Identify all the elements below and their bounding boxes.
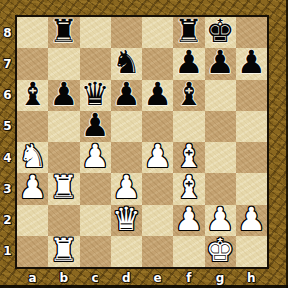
piece-white-king[interactable]: ♚ — [206, 235, 235, 266]
piece-black-rook[interactable]: ♜ — [50, 16, 79, 47]
square-a8[interactable] — [17, 17, 48, 48]
square-e3[interactable] — [142, 173, 173, 204]
square-f2[interactable]: ♟ — [173, 205, 204, 236]
chess-board: ♜♜♚♞♟♟♟♝♟♛♟♟♝♟♞♟♟♝♟♜♟♝♛♟♟♟♜♚ — [15, 15, 269, 269]
square-e1[interactable] — [142, 236, 173, 267]
square-a2[interactable] — [17, 205, 48, 236]
piece-white-rook[interactable]: ♜ — [50, 235, 79, 266]
rank-label-4: 4 — [3, 151, 11, 165]
square-g4[interactable] — [205, 142, 236, 173]
piece-black-pawn[interactable]: ♟ — [206, 47, 235, 78]
square-h5[interactable] — [236, 111, 267, 142]
piece-black-bishop[interactable]: ♝ — [175, 79, 204, 110]
piece-black-pawn[interactable]: ♟ — [175, 47, 204, 78]
piece-black-pawn[interactable]: ♟ — [50, 79, 79, 110]
file-label-g: g — [216, 271, 225, 285]
square-d6[interactable]: ♟ — [111, 80, 142, 111]
square-a6[interactable]: ♝ — [17, 80, 48, 111]
piece-white-pawn[interactable]: ♟ — [206, 204, 235, 235]
square-g1[interactable]: ♚ — [205, 236, 236, 267]
piece-white-pawn[interactable]: ♟ — [112, 172, 141, 203]
square-c1[interactable] — [80, 236, 111, 267]
piece-white-rook[interactable]: ♜ — [50, 172, 79, 203]
square-f1[interactable] — [173, 236, 204, 267]
piece-black-queen[interactable]: ♛ — [81, 79, 110, 110]
square-g5[interactable] — [205, 111, 236, 142]
file-label-b: b — [60, 271, 69, 285]
rank-label-2: 2 — [3, 213, 11, 227]
file-label-d: d — [122, 271, 131, 285]
file-label-c: c — [92, 271, 99, 285]
square-e2[interactable] — [142, 205, 173, 236]
square-g7[interactable]: ♟ — [205, 48, 236, 79]
piece-white-pawn[interactable]: ♟ — [81, 141, 110, 172]
square-h7[interactable]: ♟ — [236, 48, 267, 79]
square-c3[interactable] — [80, 173, 111, 204]
square-d5[interactable] — [111, 111, 142, 142]
piece-white-pawn[interactable]: ♟ — [18, 172, 47, 203]
square-d2[interactable]: ♛ — [111, 205, 142, 236]
rank-label-1: 1 — [3, 244, 11, 258]
square-h2[interactable]: ♟ — [236, 205, 267, 236]
square-e4[interactable]: ♟ — [142, 142, 173, 173]
square-b1[interactable]: ♜ — [48, 236, 79, 267]
rank-label-6: 6 — [3, 88, 11, 102]
piece-black-knight[interactable]: ♞ — [112, 47, 141, 78]
piece-white-bishop[interactable]: ♝ — [175, 172, 204, 203]
rank-label-8: 8 — [3, 26, 11, 40]
square-c8[interactable] — [80, 17, 111, 48]
square-a1[interactable] — [17, 236, 48, 267]
square-h4[interactable] — [236, 142, 267, 173]
square-h6[interactable] — [236, 80, 267, 111]
piece-black-pawn[interactable]: ♟ — [143, 79, 172, 110]
piece-white-pawn[interactable]: ♟ — [237, 204, 266, 235]
piece-black-pawn[interactable]: ♟ — [237, 47, 266, 78]
piece-white-pawn[interactable]: ♟ — [175, 204, 204, 235]
square-e6[interactable]: ♟ — [142, 80, 173, 111]
chess-diagram: 87654321 abcdefgh ♜♜♚♞♟♟♟♝♟♛♟♟♝♟♞♟♟♝♟♜♟♝… — [0, 0, 288, 288]
square-b3[interactable]: ♜ — [48, 173, 79, 204]
file-labels: abcdefgh — [17, 269, 267, 286]
file-label-e: e — [154, 271, 162, 285]
square-a3[interactable]: ♟ — [17, 173, 48, 204]
rank-labels: 87654321 — [0, 17, 15, 267]
square-g6[interactable] — [205, 80, 236, 111]
board-shadow-edge-right — [286, 0, 288, 288]
piece-black-pawn[interactable]: ♟ — [112, 79, 141, 110]
square-e8[interactable] — [142, 17, 173, 48]
piece-white-queen[interactable]: ♛ — [112, 204, 141, 235]
piece-black-bishop[interactable]: ♝ — [18, 79, 47, 110]
file-label-f: f — [186, 271, 191, 285]
rank-label-3: 3 — [3, 182, 11, 196]
rank-label-5: 5 — [3, 119, 11, 133]
square-b8[interactable]: ♜ — [48, 17, 79, 48]
square-f6[interactable]: ♝ — [173, 80, 204, 111]
rank-label-7: 7 — [3, 57, 11, 71]
file-label-h: h — [247, 271, 256, 285]
square-h1[interactable] — [236, 236, 267, 267]
square-d1[interactable] — [111, 236, 142, 267]
square-c2[interactable] — [80, 205, 111, 236]
square-b6[interactable]: ♟ — [48, 80, 79, 111]
square-b5[interactable] — [48, 111, 79, 142]
square-c4[interactable]: ♟ — [80, 142, 111, 173]
piece-white-pawn[interactable]: ♟ — [143, 141, 172, 172]
file-label-a: a — [29, 271, 37, 285]
